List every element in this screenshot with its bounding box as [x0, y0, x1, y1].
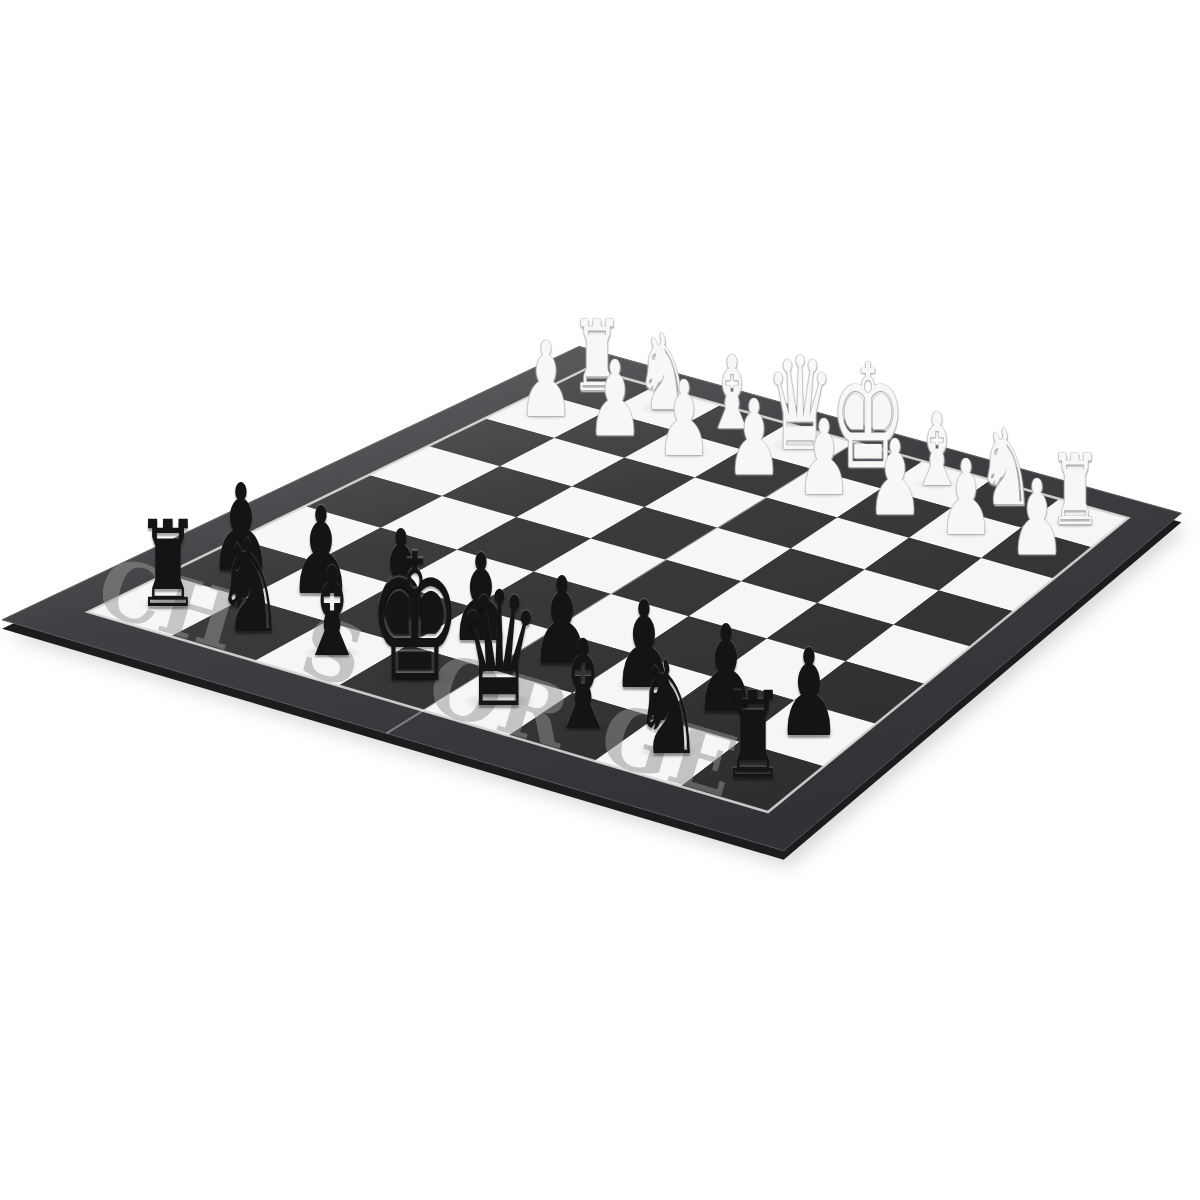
glare-overlay — [2, 346, 1181, 850]
product-photo-stage: CHSORGE ♜♞♟♝♟♛♟♚♟♝♟♞♟♜♟♟♟♟♜♟♞♟♝♟♚♟♛♟♝♟♞♜… — [0, 0, 1200, 1200]
chess-board: CHSORGE — [0, 0, 1200, 1200]
